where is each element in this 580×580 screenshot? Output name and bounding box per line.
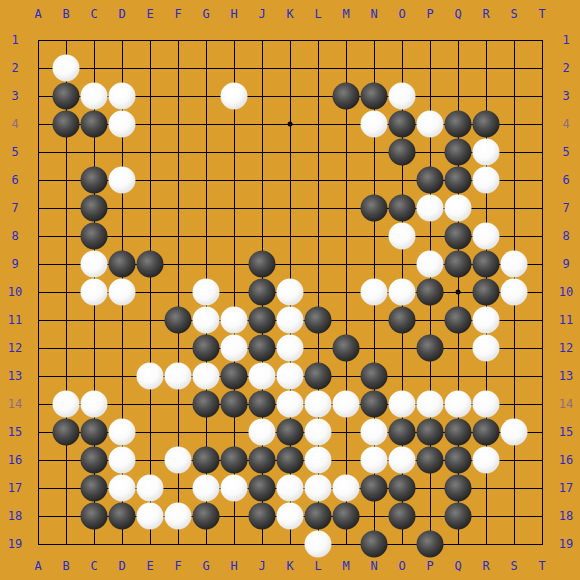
black-stone-J14[interactable] [249, 391, 276, 418]
bottom-label-G: G [202, 560, 209, 572]
white-stone-L17[interactable] [305, 475, 332, 502]
white-stone-D16[interactable] [109, 447, 136, 474]
black-stone-Q9[interactable] [445, 251, 472, 278]
white-stone-R16[interactable] [473, 447, 500, 474]
white-stone-O3[interactable] [389, 83, 416, 110]
white-stone-N4[interactable] [361, 111, 388, 138]
left-label-16: 16 [8, 454, 22, 466]
top-label-F: F [174, 8, 181, 20]
right-label-6: 6 [562, 174, 569, 186]
black-stone-O11[interactable] [389, 307, 416, 334]
white-stone-D15[interactable] [109, 419, 136, 446]
white-stone-D6[interactable] [109, 167, 136, 194]
black-stone-J18[interactable] [249, 503, 276, 530]
black-stone-L13[interactable] [305, 363, 332, 390]
black-stone-R9[interactable] [473, 251, 500, 278]
black-stone-O5[interactable] [389, 139, 416, 166]
black-stone-Q16[interactable] [445, 447, 472, 474]
black-stone-Q4[interactable] [445, 111, 472, 138]
black-stone-L11[interactable] [305, 307, 332, 334]
white-stone-F13[interactable] [165, 363, 192, 390]
top-label-J: J [258, 8, 265, 20]
black-stone-P19[interactable] [417, 531, 444, 558]
black-stone-Q11[interactable] [445, 307, 472, 334]
left-label-17: 17 [8, 482, 22, 494]
right-label-15: 15 [559, 426, 573, 438]
left-label-6: 6 [11, 174, 18, 186]
white-stone-O8[interactable] [389, 223, 416, 250]
black-stone-N19[interactable] [361, 531, 388, 558]
bottom-label-F: F [174, 560, 181, 572]
white-stone-O16[interactable] [389, 447, 416, 474]
right-label-18: 18 [559, 510, 573, 522]
left-label-9: 9 [11, 258, 18, 270]
star-point-Q10 [456, 290, 461, 295]
white-stone-D17[interactable] [109, 475, 136, 502]
top-label-E: E [146, 8, 153, 20]
black-stone-D9[interactable] [109, 251, 136, 278]
white-stone-P9[interactable] [417, 251, 444, 278]
black-stone-Q17[interactable] [445, 475, 472, 502]
black-stone-Q15[interactable] [445, 419, 472, 446]
bottom-label-L: L [314, 560, 321, 572]
left-label-12: 12 [8, 342, 22, 354]
right-label-5: 5 [562, 146, 569, 158]
black-stone-J9[interactable] [249, 251, 276, 278]
top-label-P: P [426, 8, 433, 20]
white-stone-R6[interactable] [473, 167, 500, 194]
left-label-3: 3 [11, 90, 18, 102]
white-stone-K13[interactable] [277, 363, 304, 390]
black-stone-C18[interactable] [81, 503, 108, 530]
black-stone-J16[interactable] [249, 447, 276, 474]
white-stone-C10[interactable] [81, 279, 108, 306]
white-stone-S15[interactable] [501, 419, 528, 446]
black-stone-H13[interactable] [221, 363, 248, 390]
white-stone-M14[interactable] [333, 391, 360, 418]
left-label-14: 14 [8, 398, 22, 410]
bottom-label-D: D [118, 560, 125, 572]
right-label-7: 7 [562, 202, 569, 214]
black-stone-D18[interactable] [109, 503, 136, 530]
white-stone-H11[interactable] [221, 307, 248, 334]
right-label-1: 1 [562, 34, 569, 46]
white-stone-F18[interactable] [165, 503, 192, 530]
white-stone-B2[interactable] [53, 55, 80, 82]
white-stone-P7[interactable] [417, 195, 444, 222]
black-stone-P10[interactable] [417, 279, 444, 306]
left-label-1: 1 [11, 34, 18, 46]
white-stone-K18[interactable] [277, 503, 304, 530]
left-label-13: 13 [8, 370, 22, 382]
white-stone-R8[interactable] [473, 223, 500, 250]
left-label-10: 10 [8, 286, 22, 298]
black-stone-R15[interactable] [473, 419, 500, 446]
white-stone-K14[interactable] [277, 391, 304, 418]
black-stone-N3[interactable] [361, 83, 388, 110]
black-stone-C6[interactable] [81, 167, 108, 194]
black-stone-N7[interactable] [361, 195, 388, 222]
white-stone-C14[interactable] [81, 391, 108, 418]
right-label-14: 14 [559, 398, 573, 410]
white-stone-R11[interactable] [473, 307, 500, 334]
top-label-Q: Q [454, 8, 461, 20]
right-label-2: 2 [562, 62, 569, 74]
top-label-T: T [538, 8, 545, 20]
white-stone-L14[interactable] [305, 391, 332, 418]
white-stone-Q14[interactable] [445, 391, 472, 418]
bottom-label-O: O [398, 560, 405, 572]
black-stone-N14[interactable] [361, 391, 388, 418]
left-label-4: 4 [11, 118, 18, 130]
white-stone-C9[interactable] [81, 251, 108, 278]
white-stone-D3[interactable] [109, 83, 136, 110]
black-stone-Q6[interactable] [445, 167, 472, 194]
white-stone-B14[interactable] [53, 391, 80, 418]
black-stone-L18[interactable] [305, 503, 332, 530]
white-stone-G13[interactable] [193, 363, 220, 390]
left-label-8: 8 [11, 230, 18, 242]
white-stone-S10[interactable] [501, 279, 528, 306]
white-stone-E13[interactable] [137, 363, 164, 390]
left-label-11: 11 [8, 314, 22, 326]
white-stone-J13[interactable] [249, 363, 276, 390]
white-stone-H17[interactable] [221, 475, 248, 502]
right-label-4: 4 [562, 118, 569, 130]
bottom-label-J: J [258, 560, 265, 572]
black-stone-R10[interactable] [473, 279, 500, 306]
black-stone-C15[interactable] [81, 419, 108, 446]
black-stone-E9[interactable] [137, 251, 164, 278]
black-stone-F11[interactable] [165, 307, 192, 334]
white-stone-G17[interactable] [193, 475, 220, 502]
white-stone-S9[interactable] [501, 251, 528, 278]
top-label-B: B [62, 8, 69, 20]
black-stone-Q18[interactable] [445, 503, 472, 530]
top-label-G: G [202, 8, 209, 20]
bottom-label-Q: Q [454, 560, 461, 572]
black-stone-O7[interactable] [389, 195, 416, 222]
white-stone-O10[interactable] [389, 279, 416, 306]
black-stone-M12[interactable] [333, 335, 360, 362]
left-label-7: 7 [11, 202, 18, 214]
white-stone-L15[interactable] [305, 419, 332, 446]
black-stone-O18[interactable] [389, 503, 416, 530]
top-label-H: H [230, 8, 237, 20]
black-stone-J17[interactable] [249, 475, 276, 502]
right-label-13: 13 [559, 370, 573, 382]
top-label-A: A [34, 8, 41, 20]
white-stone-G11[interactable] [193, 307, 220, 334]
white-stone-K11[interactable] [277, 307, 304, 334]
black-stone-G14[interactable] [193, 391, 220, 418]
black-stone-G16[interactable] [193, 447, 220, 474]
bottom-label-R: R [482, 560, 489, 572]
right-label-11: 11 [559, 314, 573, 326]
right-label-12: 12 [559, 342, 573, 354]
white-stone-P4[interactable] [417, 111, 444, 138]
black-stone-G12[interactable] [193, 335, 220, 362]
white-stone-R12[interactable] [473, 335, 500, 362]
top-label-K: K [286, 8, 293, 20]
white-stone-C3[interactable] [81, 83, 108, 110]
bottom-label-E: E [146, 560, 153, 572]
bottom-label-C: C [90, 560, 97, 572]
black-stone-K15[interactable] [277, 419, 304, 446]
white-stone-H3[interactable] [221, 83, 248, 110]
white-stone-N10[interactable] [361, 279, 388, 306]
black-stone-C4[interactable] [81, 111, 108, 138]
left-label-15: 15 [8, 426, 22, 438]
white-stone-K10[interactable] [277, 279, 304, 306]
bottom-label-H: H [230, 560, 237, 572]
black-stone-J11[interactable] [249, 307, 276, 334]
right-label-16: 16 [559, 454, 573, 466]
top-label-R: R [482, 8, 489, 20]
black-stone-N17[interactable] [361, 475, 388, 502]
black-stone-C7[interactable] [81, 195, 108, 222]
black-stone-Q5[interactable] [445, 139, 472, 166]
black-stone-C17[interactable] [81, 475, 108, 502]
bottom-label-N: N [370, 560, 377, 572]
left-label-19: 19 [8, 538, 22, 550]
black-stone-J10[interactable] [249, 279, 276, 306]
black-stone-G18[interactable] [193, 503, 220, 530]
left-label-18: 18 [8, 510, 22, 522]
bottom-label-P: P [426, 560, 433, 572]
right-label-17: 17 [559, 482, 573, 494]
white-stone-N15[interactable] [361, 419, 388, 446]
white-stone-Q7[interactable] [445, 195, 472, 222]
black-stone-K16[interactable] [277, 447, 304, 474]
bottom-label-K: K [286, 560, 293, 572]
white-stone-E18[interactable] [137, 503, 164, 530]
top-label-S: S [510, 8, 517, 20]
black-stone-Q8[interactable] [445, 223, 472, 250]
go-board-screenshot: AABBCCDDEEFFGGHHJJKKLLMMNNOOPPQQRRSSTT11… [0, 0, 580, 580]
bottom-label-A: A [34, 560, 41, 572]
bottom-label-B: B [62, 560, 69, 572]
right-label-3: 3 [562, 90, 569, 102]
black-stone-C16[interactable] [81, 447, 108, 474]
black-stone-M18[interactable] [333, 503, 360, 530]
black-stone-P6[interactable] [417, 167, 444, 194]
white-stone-R14[interactable] [473, 391, 500, 418]
black-stone-O15[interactable] [389, 419, 416, 446]
black-stone-M3[interactable] [333, 83, 360, 110]
black-stone-B4[interactable] [53, 111, 80, 138]
black-stone-P12[interactable] [417, 335, 444, 362]
star-point-K4 [288, 122, 293, 127]
black-stone-N13[interactable] [361, 363, 388, 390]
black-stone-P16[interactable] [417, 447, 444, 474]
white-stone-G10[interactable] [193, 279, 220, 306]
black-stone-H16[interactable] [221, 447, 248, 474]
black-stone-R4[interactable] [473, 111, 500, 138]
top-label-L: L [314, 8, 321, 20]
right-label-8: 8 [562, 230, 569, 242]
white-stone-M17[interactable] [333, 475, 360, 502]
white-stone-O14[interactable] [389, 391, 416, 418]
black-stone-B3[interactable] [53, 83, 80, 110]
top-label-N: N [370, 8, 377, 20]
right-label-9: 9 [562, 258, 569, 270]
white-stone-R5[interactable] [473, 139, 500, 166]
white-stone-N16[interactable] [361, 447, 388, 474]
black-stone-P15[interactable] [417, 419, 444, 446]
black-stone-C8[interactable] [81, 223, 108, 250]
black-stone-O4[interactable] [389, 111, 416, 138]
white-stone-D10[interactable] [109, 279, 136, 306]
white-stone-K12[interactable] [277, 335, 304, 362]
white-stone-J15[interactable] [249, 419, 276, 446]
right-label-19: 19 [559, 538, 573, 550]
top-label-M: M [342, 8, 349, 20]
right-label-10: 10 [559, 286, 573, 298]
top-label-C: C [90, 8, 97, 20]
black-stone-J12[interactable] [249, 335, 276, 362]
left-label-5: 5 [11, 146, 18, 158]
white-stone-E17[interactable] [137, 475, 164, 502]
white-stone-L16[interactable] [305, 447, 332, 474]
bottom-label-T: T [538, 560, 545, 572]
top-label-O: O [398, 8, 405, 20]
white-stone-H12[interactable] [221, 335, 248, 362]
white-stone-D4[interactable] [109, 111, 136, 138]
black-stone-H14[interactable] [221, 391, 248, 418]
white-stone-K17[interactable] [277, 475, 304, 502]
top-label-D: D [118, 8, 125, 20]
white-stone-P14[interactable] [417, 391, 444, 418]
black-stone-B15[interactable] [53, 419, 80, 446]
white-stone-F16[interactable] [165, 447, 192, 474]
black-stone-O17[interactable] [389, 475, 416, 502]
white-stone-L19[interactable] [305, 531, 332, 558]
bottom-label-S: S [510, 560, 517, 572]
left-label-2: 2 [11, 62, 18, 74]
bottom-label-M: M [342, 560, 349, 572]
